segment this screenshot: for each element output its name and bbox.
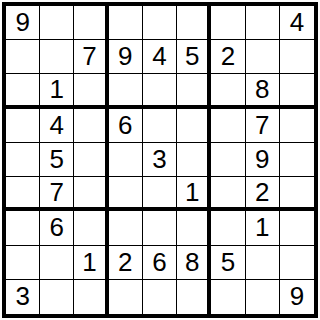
- cell-r8c2-empty[interactable]: [40, 246, 74, 280]
- cell-r4c3-empty[interactable]: [74, 109, 108, 143]
- cell-r1c1-given[interactable]: 9: [6, 6, 40, 40]
- cell-r2c3-given[interactable]: 7: [74, 40, 108, 74]
- cell-r7c1-empty[interactable]: [6, 211, 40, 245]
- cell-r4c5-empty[interactable]: [143, 109, 177, 143]
- cell-r8c3-given[interactable]: 1: [74, 246, 108, 280]
- sudoku-puzzle: 947945218467539712611268539: [0, 0, 320, 320]
- cell-r6c9-empty[interactable]: [280, 177, 314, 211]
- cell-r4c8-given[interactable]: 7: [246, 109, 280, 143]
- cell-r6c7-empty[interactable]: [211, 177, 245, 211]
- cell-r3c7-empty[interactable]: [211, 74, 245, 108]
- cell-r5c8-given[interactable]: 9: [246, 143, 280, 177]
- cell-r5c6-empty[interactable]: [177, 143, 211, 177]
- cell-r3c2-given[interactable]: 1: [40, 74, 74, 108]
- cell-r5c9-empty[interactable]: [280, 143, 314, 177]
- cell-r2c4-given[interactable]: 9: [109, 40, 143, 74]
- cell-r8c7-given[interactable]: 5: [211, 246, 245, 280]
- cell-r8c9-empty[interactable]: [280, 246, 314, 280]
- cell-r6c6-given[interactable]: 1: [177, 177, 211, 211]
- cell-r6c8-given[interactable]: 2: [246, 177, 280, 211]
- cell-r9c2-empty[interactable]: [40, 280, 74, 314]
- sudoku-board: 947945218467539712611268539: [2, 2, 318, 318]
- cell-r4c7-empty[interactable]: [211, 109, 245, 143]
- cell-r1c4-empty[interactable]: [109, 6, 143, 40]
- cell-r5c3-empty[interactable]: [74, 143, 108, 177]
- cell-r1c7-empty[interactable]: [211, 6, 245, 40]
- cell-r9c4-empty[interactable]: [109, 280, 143, 314]
- cell-r9c5-empty[interactable]: [143, 280, 177, 314]
- cell-r8c6-given[interactable]: 8: [177, 246, 211, 280]
- cell-r3c8-given[interactable]: 8: [246, 74, 280, 108]
- cell-r9c7-empty[interactable]: [211, 280, 245, 314]
- cell-r1c6-empty[interactable]: [177, 6, 211, 40]
- cell-r1c9-given[interactable]: 4: [280, 6, 314, 40]
- cell-r6c2-given[interactable]: 7: [40, 177, 74, 211]
- cell-r4c6-empty[interactable]: [177, 109, 211, 143]
- cell-r6c5-empty[interactable]: [143, 177, 177, 211]
- cell-r2c6-given[interactable]: 5: [177, 40, 211, 74]
- cell-r1c8-empty[interactable]: [246, 6, 280, 40]
- cell-r3c5-empty[interactable]: [143, 74, 177, 108]
- cell-r2c8-empty[interactable]: [246, 40, 280, 74]
- cell-r9c9-given[interactable]: 9: [280, 280, 314, 314]
- cell-r5c5-given[interactable]: 3: [143, 143, 177, 177]
- cell-r7c3-empty[interactable]: [74, 211, 108, 245]
- cell-r8c1-empty[interactable]: [6, 246, 40, 280]
- cell-r3c9-empty[interactable]: [280, 74, 314, 108]
- cell-r7c9-empty[interactable]: [280, 211, 314, 245]
- cell-r1c2-empty[interactable]: [40, 6, 74, 40]
- cell-r2c5-given[interactable]: 4: [143, 40, 177, 74]
- cell-r2c2-empty[interactable]: [40, 40, 74, 74]
- cell-r9c8-empty[interactable]: [246, 280, 280, 314]
- cell-r7c2-given[interactable]: 6: [40, 211, 74, 245]
- cell-r8c4-given[interactable]: 2: [109, 246, 143, 280]
- cell-r2c1-empty[interactable]: [6, 40, 40, 74]
- cell-r2c9-empty[interactable]: [280, 40, 314, 74]
- cell-r7c5-empty[interactable]: [143, 211, 177, 245]
- cell-r8c8-empty[interactable]: [246, 246, 280, 280]
- cell-r9c6-empty[interactable]: [177, 280, 211, 314]
- cell-r4c1-empty[interactable]: [6, 109, 40, 143]
- cell-r9c3-empty[interactable]: [74, 280, 108, 314]
- cell-r5c2-given[interactable]: 5: [40, 143, 74, 177]
- cell-r6c4-empty[interactable]: [109, 177, 143, 211]
- cell-r4c9-empty[interactable]: [280, 109, 314, 143]
- cell-r5c1-empty[interactable]: [6, 143, 40, 177]
- cell-r3c6-empty[interactable]: [177, 74, 211, 108]
- cell-r5c4-empty[interactable]: [109, 143, 143, 177]
- cell-r4c2-given[interactable]: 4: [40, 109, 74, 143]
- cell-r8c5-given[interactable]: 6: [143, 246, 177, 280]
- cell-r6c1-empty[interactable]: [6, 177, 40, 211]
- cell-r7c6-empty[interactable]: [177, 211, 211, 245]
- cell-r3c4-empty[interactable]: [109, 74, 143, 108]
- cell-r7c4-empty[interactable]: [109, 211, 143, 245]
- cell-r6c3-empty[interactable]: [74, 177, 108, 211]
- cell-r4c4-given[interactable]: 6: [109, 109, 143, 143]
- cell-r7c7-empty[interactable]: [211, 211, 245, 245]
- cell-r3c3-empty[interactable]: [74, 74, 108, 108]
- cell-r5c7-empty[interactable]: [211, 143, 245, 177]
- cell-r2c7-given[interactable]: 2: [211, 40, 245, 74]
- cell-r1c3-empty[interactable]: [74, 6, 108, 40]
- cell-r7c8-given[interactable]: 1: [246, 211, 280, 245]
- cell-r9c1-given[interactable]: 3: [6, 280, 40, 314]
- cell-r1c5-empty[interactable]: [143, 6, 177, 40]
- cell-r3c1-empty[interactable]: [6, 74, 40, 108]
